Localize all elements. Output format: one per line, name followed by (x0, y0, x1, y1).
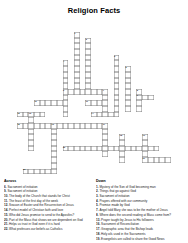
clue-number: 18 (120, 134, 122, 136)
clue-item-number: 12. (4, 203, 9, 207)
clue-item: 19. Evangelists are called to share the … (96, 237, 186, 242)
clue-number: 15 (17, 123, 19, 125)
clue-item-number: 14. (4, 208, 9, 212)
clue-item-number: 20. (4, 218, 9, 222)
clue-item-number: 6. (4, 185, 7, 189)
clue-number: 22 (23, 168, 25, 170)
clue-item-number: 3. (96, 194, 99, 198)
clue-item-number: 1. (96, 185, 99, 189)
crossword-grid: 12345678910111213141516171819202122 (17, 32, 171, 174)
clue-item: 22. What professes our beliefs as Cathol… (4, 227, 93, 232)
clue-item-number: 18. (96, 232, 101, 236)
clue-item-number: 7. (96, 208, 99, 212)
clue-item-number: 4. (96, 199, 99, 203)
across-heading: Across (4, 179, 93, 184)
clue-number: 6 (63, 89, 64, 91)
clue-item-number: 2. (96, 189, 99, 193)
clue-item-number: 9. (4, 189, 7, 193)
clue-number: 13 (29, 112, 31, 114)
clue-item-number: 22. (4, 227, 9, 231)
clue-number: 17 (103, 123, 105, 125)
clue-number: 7 (103, 89, 104, 91)
page-title: Religion Facts (0, 6, 188, 15)
clue-number: 1 (74, 32, 75, 34)
clue-item-number: 10. (4, 194, 9, 198)
clue-number: 19 (143, 134, 145, 136)
clue-number: 8 (137, 89, 138, 91)
crossword-void (165, 169, 171, 175)
clue-number: 20 (63, 146, 65, 148)
clue-number: 11 (86, 100, 88, 102)
clue-item-number: 8. (96, 213, 99, 217)
clue-item-number: 11. (4, 199, 9, 203)
clue-item-number: 5. (96, 203, 99, 207)
clue-item-number: 13. (96, 218, 101, 222)
clue-number: 4 (63, 60, 64, 62)
down-heading: Down (96, 179, 186, 184)
down-clues-section: Down 1. Mystery of the Son of God becomi… (96, 179, 186, 241)
clue-item-number: 19. (96, 237, 101, 241)
clue-number: 5 (125, 66, 126, 68)
clue-number: 12 (17, 112, 19, 114)
clue-number: 3 (114, 55, 115, 57)
clue-item-number: 15. (4, 213, 9, 217)
clue-number: 14 (91, 112, 93, 114)
clue-item-number: 21. (4, 222, 9, 226)
clue-item-number: 17. (96, 227, 101, 231)
clue-number: 16 (52, 123, 54, 125)
clue-number: 2 (86, 38, 87, 40)
clue-number: 10 (34, 100, 36, 102)
across-clues-section: Across 6. Sacrament of initiation9. Sacr… (4, 179, 93, 232)
clue-number: 9 (137, 94, 138, 96)
clue-number: 21 (143, 157, 145, 159)
clue-item-number: 16. (96, 222, 101, 226)
